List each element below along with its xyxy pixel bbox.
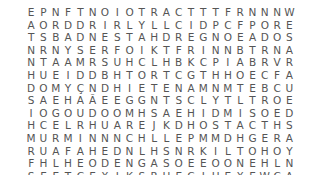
grid-cell[interactable]: T [74, 6, 86, 19]
grid-cell[interactable]: L [160, 132, 172, 145]
grid-cell[interactable]: T [25, 31, 37, 44]
grid-cell[interactable]: E [246, 157, 258, 170]
grid-cell[interactable]: C [185, 94, 197, 107]
grid-cell[interactable]: C [173, 6, 185, 19]
grid-cell[interactable]: N [111, 132, 123, 145]
grid-cell[interactable]: I [185, 19, 197, 32]
grid-cell[interactable]: R [271, 132, 283, 145]
grid-cell[interactable]: N [99, 132, 111, 145]
grid-cell[interactable]: C [173, 69, 185, 82]
grid-cell[interactable]: E [50, 119, 62, 132]
grid-cell[interactable]: R [283, 56, 295, 69]
grid-cell[interactable]: D [62, 19, 74, 32]
grid-cell[interactable]: R [86, 19, 98, 32]
grid-cell[interactable]: K [160, 119, 172, 132]
grid-cell[interactable]: H [209, 170, 221, 175]
grid-cell[interactable]: G [246, 132, 258, 145]
grid-cell[interactable]: T [234, 145, 246, 158]
grid-cell[interactable]: E [234, 31, 246, 44]
grid-cell[interactable]: T [37, 56, 49, 69]
grid-cell[interactable]: E [50, 94, 62, 107]
grid-cell[interactable]: C [197, 56, 209, 69]
grid-cell[interactable]: C [222, 19, 234, 32]
grid-cell[interactable]: A [160, 107, 172, 120]
grid-cell[interactable]: B [173, 56, 185, 69]
grid-cell[interactable]: A [62, 56, 74, 69]
grid-cell[interactable]: D [209, 107, 221, 120]
grid-cell[interactable]: V [271, 56, 283, 69]
grid-cell[interactable]: I [111, 6, 123, 19]
grid-cell[interactable]: L [136, 145, 148, 158]
grid-cell[interactable]: L [160, 19, 172, 32]
grid-cell[interactable]: A [160, 6, 172, 19]
grid-cell[interactable]: H [160, 56, 172, 69]
grid-cell[interactable]: K [185, 56, 197, 69]
grid-cell[interactable]: E [99, 31, 111, 44]
grid-cell[interactable]: C [136, 56, 148, 69]
grid-cell[interactable]: U [37, 69, 49, 82]
grid-cell[interactable]: N [50, 6, 62, 19]
grid-cell[interactable]: T [185, 6, 197, 19]
grid-cell[interactable]: L [271, 157, 283, 170]
grid-cell[interactable]: N [25, 44, 37, 57]
grid-cell[interactable]: I [234, 107, 246, 120]
grid-cell[interactable]: R [173, 31, 185, 44]
grid-cell[interactable]: A [136, 31, 148, 44]
grid-cell[interactable]: E [222, 170, 234, 175]
grid-cell[interactable]: Y [62, 44, 74, 57]
grid-cell[interactable]: H [37, 157, 49, 170]
grid-cell[interactable]: O [197, 119, 209, 132]
grid-cell[interactable]: C [74, 170, 86, 175]
grid-cell[interactable]: D [74, 69, 86, 82]
grid-cell[interactable]: E [185, 31, 197, 44]
grid-cell[interactable]: A [50, 145, 62, 158]
grid-cell[interactable]: L [148, 19, 160, 32]
grid-cell[interactable]: H [222, 69, 234, 82]
grid-cell[interactable]: H [62, 157, 74, 170]
grid-cell[interactable]: H [62, 94, 74, 107]
grid-cell[interactable]: D [86, 107, 98, 120]
grid-cell[interactable]: L [62, 119, 74, 132]
grid-cell[interactable]: A [283, 132, 295, 145]
grid-cell[interactable]: S [160, 157, 172, 170]
grid-cell[interactable]: D [74, 31, 86, 44]
grid-cell[interactable]: O [123, 44, 135, 57]
grid-cell[interactable]: E [50, 69, 62, 82]
grid-cell[interactable]: A [234, 56, 246, 69]
grid-cell[interactable]: C [185, 170, 197, 175]
grid-cell[interactable]: S [25, 170, 37, 175]
grid-cell[interactable]: R [148, 69, 160, 82]
grid-cell[interactable]: H [185, 119, 197, 132]
grid-cell[interactable]: N [50, 44, 62, 57]
grid-cell[interactable]: L [148, 56, 160, 69]
grid-cell[interactable]: F [173, 44, 185, 57]
grid-cell[interactable]: O [222, 31, 234, 44]
grid-cell[interactable]: N [123, 157, 135, 170]
grid-cell[interactable]: M [197, 82, 209, 95]
grid-cell[interactable]: A [62, 31, 74, 44]
grid-cell[interactable]: P [37, 6, 49, 19]
grid-cell[interactable]: W [259, 170, 271, 175]
grid-cell[interactable]: N [259, 6, 271, 19]
grid-cell[interactable]: N [246, 6, 258, 19]
grid-cell[interactable]: H [111, 82, 123, 95]
grid-cell[interactable]: M [123, 107, 135, 120]
grid-cell[interactable]: A [50, 56, 62, 69]
grid-cell[interactable]: O [37, 19, 49, 32]
grid-cell[interactable]: O [123, 6, 135, 19]
grid-cell[interactable]: O [222, 157, 234, 170]
grid-cell[interactable]: F [111, 44, 123, 57]
grid-cell[interactable]: N [173, 145, 185, 158]
grid-cell[interactable]: Y [62, 82, 74, 95]
grid-cell[interactable]: S [160, 145, 172, 158]
grid-cell[interactable]: U [37, 145, 49, 158]
grid-cell[interactable]: B [246, 56, 258, 69]
grid-cell[interactable]: T [259, 119, 271, 132]
grid-cell[interactable]: E [173, 132, 185, 145]
grid-cell[interactable]: E [111, 157, 123, 170]
grid-cell[interactable]: Y [209, 94, 221, 107]
grid-cell[interactable]: R [99, 44, 111, 57]
grid-cell[interactable]: I [222, 56, 234, 69]
grid-cell[interactable]: I [111, 170, 123, 175]
grid-cell[interactable]: E [160, 82, 172, 95]
grid-cell[interactable]: K [148, 44, 160, 57]
grid-cell[interactable]: O [173, 157, 185, 170]
grid-cell[interactable]: R [37, 44, 49, 57]
grid-cell[interactable]: H [185, 107, 197, 120]
grid-cell[interactable]: J [148, 119, 160, 132]
grid-cell[interactable]: T [197, 6, 209, 19]
grid-cell[interactable]: O [209, 157, 221, 170]
grid-cell[interactable]: I [136, 44, 148, 57]
grid-cell[interactable]: O [86, 157, 98, 170]
grid-cell[interactable]: O [271, 94, 283, 107]
grid-cell[interactable]: L [222, 145, 234, 158]
grid-cell[interactable]: T [148, 82, 160, 95]
grid-cell[interactable]: D [259, 31, 271, 44]
grid-cell[interactable]: F [234, 19, 246, 32]
grid-cell[interactable]: A [283, 69, 295, 82]
grid-cell[interactable]: D [74, 19, 86, 32]
grid-cell[interactable]: O [259, 107, 271, 120]
grid-cell[interactable]: S [209, 119, 221, 132]
grid-cell[interactable]: S [111, 31, 123, 44]
grid-cell[interactable]: A [234, 119, 246, 132]
grid-cell[interactable]: N [234, 157, 246, 170]
grid-cell[interactable]: C [173, 19, 185, 32]
grid-cell[interactable]: S [74, 44, 86, 57]
grid-cell[interactable]: E [111, 94, 123, 107]
grid-cell[interactable]: D [25, 82, 37, 95]
grid-cell[interactable]: G [123, 94, 135, 107]
grid-cell[interactable]: H [234, 132, 246, 145]
grid-cell[interactable]: A [74, 145, 86, 158]
grid-cell[interactable]: N [86, 82, 98, 95]
grid-cell[interactable]: E [74, 157, 86, 170]
grid-cell[interactable]: H [136, 132, 148, 145]
grid-cell[interactable]: I [99, 19, 111, 32]
grid-cell[interactable]: O [259, 19, 271, 32]
grid-cell[interactable]: S [283, 119, 295, 132]
grid-cell[interactable]: C [37, 119, 49, 132]
grid-cell[interactable]: T [234, 82, 246, 95]
grid-cell[interactable]: F [25, 157, 37, 170]
grid-cell[interactable]: F [62, 145, 74, 158]
grid-cell[interactable]: E [283, 94, 295, 107]
grid-cell[interactable]: T [222, 119, 234, 132]
grid-cell[interactable]: F [222, 6, 234, 19]
grid-cell[interactable]: U [111, 56, 123, 69]
grid-cell[interactable]: U [99, 119, 111, 132]
grid-cell[interactable]: M [222, 82, 234, 95]
grid-cell[interactable]: A [283, 44, 295, 57]
grid-cell[interactable]: H [148, 31, 160, 44]
grid-cell[interactable]: M [209, 132, 221, 145]
grid-cell[interactable]: A [74, 94, 86, 107]
grid-cell[interactable]: L [234, 94, 246, 107]
grid-cell[interactable]: U [283, 82, 295, 95]
grid-cell[interactable]: T [222, 94, 234, 107]
grid-cell[interactable]: G [136, 94, 148, 107]
grid-cell[interactable]: S [136, 170, 148, 175]
grid-cell[interactable]: E [99, 145, 111, 158]
grid-cell[interactable]: A [25, 19, 37, 32]
grid-cell[interactable]: D [197, 19, 209, 32]
grid-cell[interactable]: A [283, 170, 295, 175]
grid-cell[interactable]: E [99, 94, 111, 107]
grid-cell[interactable]: Ã [86, 94, 98, 107]
grid-cell[interactable]: O [234, 69, 246, 82]
grid-cell[interactable]: R [148, 170, 160, 175]
grid-cell[interactable]: N [209, 44, 221, 57]
grid-cell[interactable]: L [50, 157, 62, 170]
grid-cell[interactable]: E [185, 157, 197, 170]
grid-cell[interactable]: L [197, 94, 209, 107]
grid-cell[interactable]: R [50, 19, 62, 32]
grid-cell[interactable]: M [25, 132, 37, 145]
grid-cell[interactable]: S [283, 31, 295, 44]
grid-cell[interactable]: D [160, 31, 172, 44]
grid-cell[interactable]: T [123, 31, 135, 44]
grid-cell[interactable]: X [234, 170, 246, 175]
grid-cell[interactable]: E [246, 170, 258, 175]
grid-cell[interactable]: E [136, 82, 148, 95]
grid-cell[interactable]: U [37, 132, 49, 145]
grid-cell[interactable]: E [246, 69, 258, 82]
grid-cell[interactable]: T [197, 69, 209, 82]
grid-cell[interactable]: I [62, 69, 74, 82]
grid-cell[interactable]: N [209, 82, 221, 95]
grid-cell[interactable]: N [25, 56, 37, 69]
grid-cell[interactable]: H [148, 145, 160, 158]
grid-cell[interactable]: F [62, 6, 74, 19]
grid-cell[interactable]: H [86, 145, 98, 158]
grid-cell[interactable]: A [111, 119, 123, 132]
grid-cell[interactable]: I [74, 132, 86, 145]
grid-cell[interactable]: E [173, 170, 185, 175]
grid-cell[interactable]: G [197, 31, 209, 44]
grid-cell[interactable]: G [50, 107, 62, 120]
grid-cell[interactable]: M [197, 132, 209, 145]
grid-cell[interactable]: C [271, 82, 283, 95]
grid-cell[interactable]: B [234, 44, 246, 57]
grid-cell[interactable]: T [123, 69, 135, 82]
grid-cell[interactable]: R [185, 145, 197, 158]
grid-cell[interactable]: S [173, 94, 185, 107]
grid-cell[interactable]: D [283, 107, 295, 120]
grid-cell[interactable]: R [259, 44, 271, 57]
grid-cell[interactable]: N [283, 157, 295, 170]
grid-cell[interactable]: D [111, 145, 123, 158]
grid-cell[interactable]: O [111, 107, 123, 120]
grid-cell[interactable]: H [25, 69, 37, 82]
grid-cell[interactable]: N [271, 44, 283, 57]
grid-cell[interactable]: M [62, 132, 74, 145]
grid-cell[interactable]: T [160, 94, 172, 107]
grid-cell[interactable]: Ç [74, 82, 86, 95]
grid-cell[interactable]: R [259, 56, 271, 69]
grid-cell[interactable]: H [136, 107, 148, 120]
grid-cell[interactable]: E [173, 107, 185, 120]
grid-cell[interactable]: S [246, 107, 258, 120]
grid-cell[interactable]: M [222, 107, 234, 120]
grid-cell[interactable]: E [259, 132, 271, 145]
grid-cell[interactable]: M [74, 56, 86, 69]
grid-cell[interactable]: R [86, 56, 98, 69]
grid-cell[interactable]: T [209, 6, 221, 19]
grid-cell[interactable]: G [136, 157, 148, 170]
grid-cell[interactable]: C [123, 132, 135, 145]
grid-cell[interactable]: O [136, 69, 148, 82]
grid-cell[interactable]: L [123, 19, 135, 32]
grid-cell[interactable]: O [271, 31, 283, 44]
grid-cell[interactable]: A [37, 94, 49, 107]
grid-cell[interactable]: N [86, 132, 98, 145]
grid-cell[interactable]: U [74, 107, 86, 120]
grid-cell[interactable]: E [50, 170, 62, 175]
grid-cell[interactable]: O [37, 82, 49, 95]
grid-cell[interactable]: S [25, 94, 37, 107]
grid-cell[interactable]: I [197, 170, 209, 175]
grid-cell[interactable]: T [62, 170, 74, 175]
grid-cell[interactable]: H [209, 69, 221, 82]
grid-cell[interactable]: R [74, 119, 86, 132]
grid-cell[interactable]: T [246, 94, 258, 107]
grid-cell[interactable]: K [123, 170, 135, 175]
grid-cell[interactable]: I [209, 145, 221, 158]
grid-cell[interactable]: R [234, 6, 246, 19]
grid-cell[interactable]: C [271, 170, 283, 175]
grid-cell[interactable]: P [185, 132, 197, 145]
grid-cell[interactable]: O [99, 107, 111, 120]
grid-cell[interactable]: I [123, 82, 135, 95]
grid-cell[interactable]: O [271, 145, 283, 158]
grid-cell[interactable]: D [222, 132, 234, 145]
grid-cell[interactable]: O [62, 107, 74, 120]
grid-cell[interactable]: B [259, 82, 271, 95]
grid-cell[interactable]: R [111, 19, 123, 32]
grid-cell[interactable]: X [99, 170, 111, 175]
grid-cell[interactable]: I [25, 107, 37, 120]
grid-cell[interactable]: E [37, 170, 49, 175]
grid-cell[interactable]: I [197, 44, 209, 57]
grid-cell[interactable]: E [246, 82, 258, 95]
grid-cell[interactable]: W [283, 6, 295, 19]
grid-cell[interactable]: T [160, 44, 172, 57]
grid-cell[interactable]: H [111, 69, 123, 82]
grid-cell[interactable]: E [197, 157, 209, 170]
grid-cell[interactable]: S [37, 31, 49, 44]
grid-cell[interactable]: T [246, 44, 258, 57]
grid-cell[interactable]: K [197, 145, 209, 158]
grid-cell[interactable]: O [99, 6, 111, 19]
grid-cell[interactable]: H [259, 145, 271, 158]
grid-cell[interactable]: A [148, 157, 160, 170]
grid-cell[interactable]: D [86, 69, 98, 82]
grid-cell[interactable]: E [86, 44, 98, 57]
grid-cell[interactable]: D [99, 157, 111, 170]
grid-cell[interactable]: T [160, 69, 172, 82]
grid-cell[interactable]: R [50, 132, 62, 145]
grid-cell[interactable]: H [271, 119, 283, 132]
grid-cell[interactable]: S [148, 107, 160, 120]
grid-cell[interactable]: N [123, 145, 135, 158]
grid-cell[interactable]: M [50, 82, 62, 95]
grid-cell[interactable]: H [160, 170, 172, 175]
grid-cell[interactable]: E [25, 6, 37, 19]
grid-cell[interactable]: R [271, 19, 283, 32]
grid-cell[interactable]: E [136, 119, 148, 132]
grid-cell[interactable]: N [209, 31, 221, 44]
grid-cell[interactable]: H [123, 56, 135, 69]
grid-cell[interactable]: B [99, 69, 111, 82]
grid-cell[interactable]: O [37, 107, 49, 120]
grid-cell[interactable]: P [246, 19, 258, 32]
grid-cell[interactable]: H [86, 119, 98, 132]
grid-cell[interactable]: I [197, 107, 209, 120]
grid-cell[interactable]: P [209, 19, 221, 32]
grid-cell[interactable]: E [271, 107, 283, 120]
grid-cell[interactable]: N [86, 6, 98, 19]
grid-cell[interactable]: H [259, 157, 271, 170]
grid-cell[interactable]: R [25, 145, 37, 158]
grid-cell[interactable]: R [148, 6, 160, 19]
grid-cell[interactable]: B [50, 31, 62, 44]
grid-cell[interactable]: H [25, 119, 37, 132]
grid-cell[interactable]: F [271, 69, 283, 82]
grid-cell[interactable]: O [246, 145, 258, 158]
grid-cell[interactable]: Y [136, 19, 148, 32]
grid-cell[interactable]: C [246, 119, 258, 132]
grid-cell[interactable]: D [173, 119, 185, 132]
grid-cell[interactable]: N [173, 82, 185, 95]
grid-cell[interactable]: G [185, 69, 197, 82]
grid-cell[interactable]: D [99, 82, 111, 95]
grid-cell[interactable]: N [222, 44, 234, 57]
grid-cell[interactable]: N [148, 94, 160, 107]
grid-cell[interactable]: N [86, 31, 98, 44]
grid-cell[interactable]: L [148, 132, 160, 145]
grid-cell[interactable]: P [209, 56, 221, 69]
grid-cell[interactable]: T [136, 6, 148, 19]
grid-cell[interactable]: E [283, 19, 295, 32]
grid-cell[interactable]: S [99, 56, 111, 69]
grid-cell[interactable]: R [185, 44, 197, 57]
